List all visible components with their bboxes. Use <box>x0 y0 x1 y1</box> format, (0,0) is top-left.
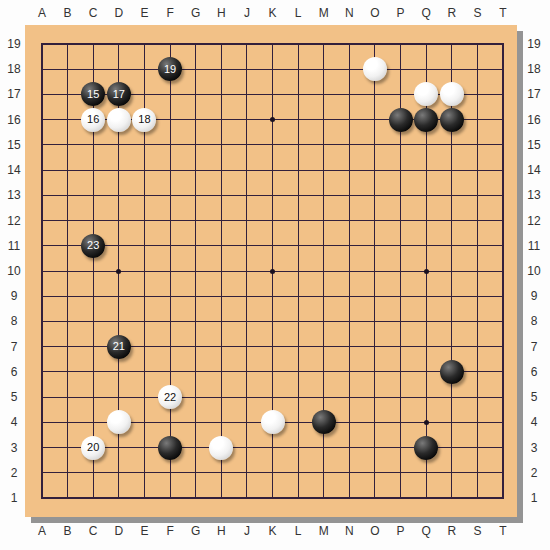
row-label-right: 12 <box>521 214 547 228</box>
black-stone: 17 <box>107 82 131 106</box>
column-label-top: H <box>208 6 234 20</box>
row-label-right: 9 <box>521 289 547 303</box>
column-label-top: B <box>55 6 81 20</box>
vertical-grid-line <box>298 43 299 499</box>
row-label-right: 19 <box>521 37 547 51</box>
black-stone: 15 <box>81 82 105 106</box>
row-label-left: 13 <box>1 188 27 202</box>
row-label-right: 5 <box>521 390 547 404</box>
white-stone <box>414 82 438 106</box>
row-label-left: 2 <box>1 466 27 480</box>
move-number: 19 <box>164 64 176 75</box>
row-label-right: 7 <box>521 340 547 354</box>
column-label-bottom: H <box>208 524 234 538</box>
column-label-top: R <box>439 6 465 20</box>
row-label-left: 5 <box>1 390 27 404</box>
row-label-left: 7 <box>1 340 27 354</box>
column-label-top: K <box>260 6 286 20</box>
column-label-top: O <box>362 6 388 20</box>
vertical-grid-line <box>349 43 350 499</box>
column-label-bottom: L <box>285 524 311 538</box>
white-stone: 22 <box>158 385 182 409</box>
column-label-top: J <box>234 6 260 20</box>
black-stone <box>440 360 464 384</box>
column-label-bottom: R <box>439 524 465 538</box>
black-stone <box>389 108 413 132</box>
row-label-left: 1 <box>1 491 27 505</box>
move-number: 22 <box>164 392 176 403</box>
star-point <box>116 269 121 274</box>
row-label-right: 17 <box>521 87 547 101</box>
row-label-right: 10 <box>521 264 547 278</box>
white-stone <box>363 57 387 81</box>
black-stone <box>440 108 464 132</box>
row-label-left: 14 <box>1 163 27 177</box>
column-label-bottom: A <box>29 524 55 538</box>
row-label-right: 3 <box>521 441 547 455</box>
white-stone <box>209 436 233 460</box>
row-label-left: 4 <box>1 415 27 429</box>
column-label-bottom: Q <box>413 524 439 538</box>
row-label-right: 14 <box>521 163 547 177</box>
column-label-bottom: F <box>157 524 183 538</box>
black-stone <box>414 436 438 460</box>
row-label-right: 1 <box>521 491 547 505</box>
vertical-grid-line <box>374 43 375 499</box>
row-label-left: 18 <box>1 62 27 76</box>
column-label-bottom: D <box>106 524 132 538</box>
go-board[interactable]: 191517161823212220 <box>25 25 517 517</box>
star-point <box>270 269 275 274</box>
black-stone <box>158 436 182 460</box>
column-label-bottom: J <box>234 524 260 538</box>
row-label-right: 13 <box>521 188 547 202</box>
row-label-right: 11 <box>521 239 547 253</box>
move-number: 17 <box>113 89 125 100</box>
row-label-right: 8 <box>521 314 547 328</box>
row-label-right: 2 <box>521 466 547 480</box>
move-number: 20 <box>87 442 99 453</box>
column-label-bottom: N <box>336 524 362 538</box>
row-label-left: 8 <box>1 314 27 328</box>
row-label-left: 3 <box>1 441 27 455</box>
move-number: 16 <box>87 114 99 125</box>
column-label-top: G <box>183 6 209 20</box>
row-label-right: 16 <box>521 113 547 127</box>
column-label-top: A <box>29 6 55 20</box>
row-label-left: 6 <box>1 365 27 379</box>
vertical-grid-line <box>502 43 504 499</box>
row-label-right: 15 <box>521 138 547 152</box>
star-point <box>270 117 275 122</box>
column-label-top: Q <box>413 6 439 20</box>
white-stone <box>107 108 131 132</box>
horizontal-grid-line <box>41 371 504 372</box>
column-label-top: C <box>80 6 106 20</box>
column-label-bottom: O <box>362 524 388 538</box>
move-number: 23 <box>87 240 99 251</box>
white-stone: 18 <box>132 108 156 132</box>
column-label-bottom: P <box>388 524 414 538</box>
star-point <box>424 269 429 274</box>
move-number: 15 <box>87 89 99 100</box>
black-stone <box>312 410 336 434</box>
column-label-bottom: M <box>311 524 337 538</box>
row-label-left: 16 <box>1 113 27 127</box>
column-label-bottom: G <box>183 524 209 538</box>
move-number: 21 <box>113 341 125 352</box>
white-stone: 20 <box>81 436 105 460</box>
row-label-left: 19 <box>1 37 27 51</box>
horizontal-grid-line <box>41 397 504 398</box>
row-label-right: 4 <box>521 415 547 429</box>
column-label-top: L <box>285 6 311 20</box>
column-label-top: S <box>464 6 490 20</box>
column-label-bottom: B <box>55 524 81 538</box>
column-label-top: P <box>388 6 414 20</box>
column-label-top: N <box>336 6 362 20</box>
vertical-grid-line <box>477 43 478 499</box>
white-stone <box>261 410 285 434</box>
black-stone: 23 <box>81 234 105 258</box>
move-number: 18 <box>138 114 150 125</box>
star-point <box>424 420 429 425</box>
column-label-bottom: K <box>260 524 286 538</box>
horizontal-grid-line <box>41 296 504 297</box>
black-stone: 19 <box>158 57 182 81</box>
row-label-right: 18 <box>521 62 547 76</box>
column-label-top: T <box>490 6 516 20</box>
column-label-top: D <box>106 6 132 20</box>
horizontal-grid-line <box>41 472 504 473</box>
row-label-left: 15 <box>1 138 27 152</box>
black-stone: 21 <box>107 335 131 359</box>
horizontal-grid-line <box>41 321 504 322</box>
column-label-bottom: C <box>80 524 106 538</box>
column-label-top: M <box>311 6 337 20</box>
white-stone <box>107 410 131 434</box>
column-label-bottom: S <box>464 524 490 538</box>
row-label-left: 9 <box>1 289 27 303</box>
row-label-left: 11 <box>1 239 27 253</box>
row-label-left: 10 <box>1 264 27 278</box>
black-stone <box>414 108 438 132</box>
row-label-left: 17 <box>1 87 27 101</box>
white-stone: 16 <box>81 108 105 132</box>
column-label-top: E <box>131 6 157 20</box>
row-label-right: 6 <box>521 365 547 379</box>
column-label-bottom: T <box>490 524 516 538</box>
column-label-top: F <box>157 6 183 20</box>
horizontal-grid-line <box>41 497 504 499</box>
column-label-bottom: E <box>131 524 157 538</box>
white-stone <box>440 82 464 106</box>
row-label-left: 12 <box>1 214 27 228</box>
